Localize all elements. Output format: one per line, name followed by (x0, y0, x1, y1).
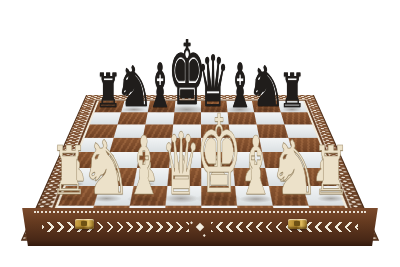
square-c5[interactable] (140, 138, 172, 152)
square-f3[interactable] (233, 168, 269, 186)
square-a8[interactable] (94, 101, 124, 112)
square-h5[interactable] (288, 138, 323, 152)
square-a6[interactable] (85, 124, 118, 137)
inlay-dot-row (34, 211, 365, 213)
square-f8[interactable] (226, 101, 254, 112)
square-b6[interactable] (114, 124, 146, 137)
square-f4[interactable] (232, 152, 266, 168)
square-g8[interactable] (252, 101, 281, 112)
square-d7[interactable] (173, 112, 201, 124)
square-a3[interactable] (66, 168, 105, 186)
square-g3[interactable] (265, 168, 302, 186)
square-g7[interactable] (254, 112, 284, 124)
chevron-inlay-left (42, 222, 190, 232)
square-e4[interactable] (201, 152, 233, 168)
square-c6[interactable] (143, 124, 173, 137)
square-f7[interactable] (228, 112, 257, 124)
square-b7[interactable] (118, 112, 148, 124)
square-d6[interactable] (172, 124, 201, 137)
square-e3[interactable] (201, 168, 235, 186)
square-h4[interactable] (293, 152, 330, 168)
square-f5[interactable] (230, 138, 262, 152)
square-g5[interactable] (259, 138, 292, 152)
square-a5[interactable] (79, 138, 114, 152)
square-c2[interactable] (130, 186, 168, 206)
brass-latch-right[interactable] (288, 219, 307, 229)
center-diamond-motif (196, 223, 204, 231)
square-a4[interactable] (73, 152, 110, 168)
board-front-edge (20, 208, 380, 246)
square-b5[interactable] (110, 138, 143, 152)
square-e6[interactable] (201, 124, 230, 137)
square-h6[interactable] (284, 124, 317, 137)
square-b8[interactable] (121, 101, 150, 112)
square-g4[interactable] (262, 152, 297, 168)
square-d4[interactable] (169, 152, 201, 168)
square-d5[interactable] (171, 138, 202, 152)
square-c3[interactable] (134, 168, 169, 186)
square-d8[interactable] (174, 101, 201, 112)
brass-latch-left[interactable] (75, 219, 94, 229)
square-h2[interactable] (303, 186, 345, 206)
square-c4[interactable] (137, 152, 171, 168)
square-b4[interactable] (105, 152, 140, 168)
square-a7[interactable] (90, 112, 121, 124)
square-c8[interactable] (148, 101, 176, 112)
square-g6[interactable] (257, 124, 289, 137)
square-e2[interactable] (201, 186, 237, 206)
square-b2[interactable] (94, 186, 134, 206)
square-d3[interactable] (167, 168, 201, 186)
square-h8[interactable] (278, 101, 308, 112)
square-f6[interactable] (229, 124, 259, 137)
square-c7[interactable] (145, 112, 174, 124)
square-h7[interactable] (281, 112, 312, 124)
square-a2[interactable] (58, 186, 99, 206)
square-e8[interactable] (201, 101, 228, 112)
square-b3[interactable] (100, 168, 137, 186)
square-e7[interactable] (201, 112, 229, 124)
chevron-inlay-right (211, 222, 359, 232)
chess-set-photo: ♜♞♝♚♛♝♞♜♟♟♟♟♟♟♟♟♜♞♝♛♚♝♞♜ (0, 0, 400, 267)
square-d2[interactable] (166, 186, 202, 206)
square-h3[interactable] (297, 168, 336, 186)
square-f2[interactable] (235, 186, 273, 206)
square-e5[interactable] (201, 138, 232, 152)
